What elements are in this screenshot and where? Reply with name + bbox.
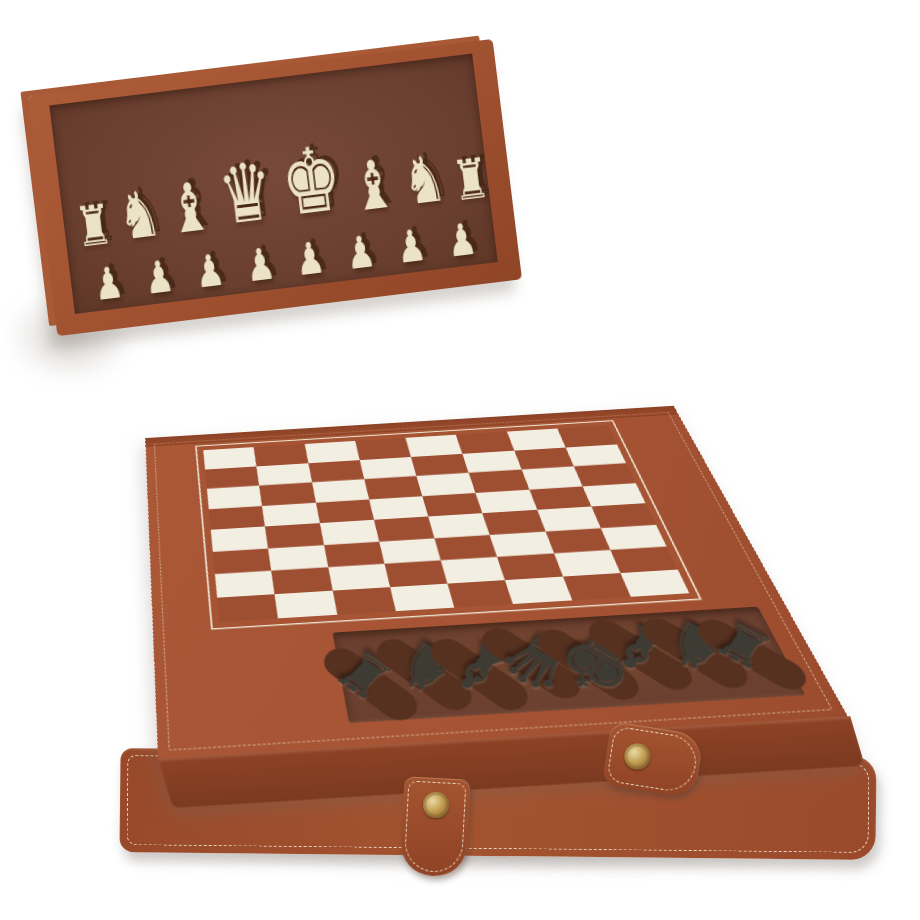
board-grid	[203, 426, 689, 622]
square-c2[interactable]	[328, 564, 390, 591]
white-pawn[interactable]: ♟	[293, 235, 327, 282]
white-rook[interactable]: ♜	[450, 149, 493, 208]
white-king[interactable]: ♚	[277, 133, 347, 229]
white-bishop[interactable]: ♝	[164, 172, 216, 244]
white-pawn[interactable]: ♟	[394, 223, 428, 270]
square-a2[interactable]	[215, 571, 275, 598]
square-c1[interactable]	[332, 587, 395, 615]
white-pawn[interactable]: ♟	[344, 229, 378, 276]
white-queen[interactable]: ♛	[215, 151, 278, 237]
square-g1[interactable]	[563, 573, 631, 601]
chess-case-scene: ♜♞♝♛♚♝♞♜ ♜♞♝♛♚♝♞♜ ♟♟♟♟♟♟♟♟	[0, 0, 920, 920]
white-pawn[interactable]: ♟	[243, 242, 277, 289]
square-e2[interactable]	[441, 557, 505, 584]
white-pawn[interactable]: ♟	[445, 217, 479, 264]
square-f2[interactable]	[497, 553, 562, 580]
case-base: ♜♞♝♛♚♝♞♜	[60, 249, 916, 823]
white-bishop[interactable]: ♝	[347, 149, 399, 221]
square-a1[interactable]	[217, 594, 278, 622]
square-b1[interactable]	[275, 590, 337, 618]
white-pawn[interactable]: ♟	[192, 248, 226, 295]
square-f1[interactable]	[505, 576, 572, 604]
square-h2[interactable]	[610, 546, 678, 572]
snap-strap-left[interactable]	[399, 776, 470, 877]
square-d1[interactable]	[390, 583, 455, 611]
white-knight[interactable]: ♞	[399, 146, 449, 215]
white-rook[interactable]: ♜	[72, 196, 115, 255]
strap-right-stitching	[606, 726, 700, 795]
square-g2[interactable]	[554, 550, 620, 577]
square-h1[interactable]	[620, 569, 689, 596]
square-e1[interactable]	[447, 580, 513, 608]
white-pawn[interactable]: ♟	[91, 260, 125, 307]
white-pawn[interactable]: ♟	[142, 254, 176, 301]
square-d2[interactable]	[384, 560, 447, 587]
white-pieces-tray: ♜♞♝♛♚♝♞♜ ♟♟♟♟♟♟♟♟	[49, 54, 497, 314]
chess-board	[193, 419, 704, 631]
square-b2[interactable]	[271, 567, 332, 594]
white-knight[interactable]: ♞	[114, 181, 164, 250]
base-top-surface: ♜♞♝♛♚♝♞♜	[145, 406, 849, 761]
